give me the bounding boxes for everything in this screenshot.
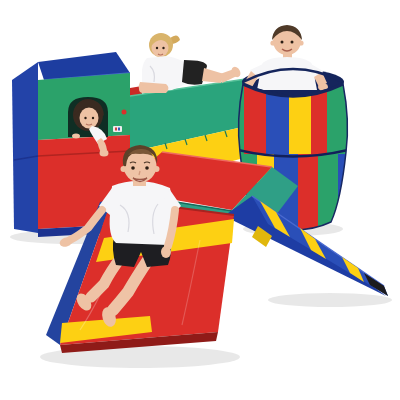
girl1-eye	[84, 117, 86, 119]
boy-in-barrel	[242, 25, 328, 91]
soft-play-product-photo	[0, 0, 400, 400]
girl2-eye	[156, 47, 158, 49]
barrel-stripe	[327, 80, 349, 158]
tower-side-face	[12, 62, 38, 233]
label-patch	[113, 126, 122, 132]
tower-red-tab	[122, 110, 127, 115]
ramp-shadow	[268, 293, 392, 307]
boy2-eye	[145, 166, 149, 170]
boy1-eye	[281, 41, 284, 44]
boy1-ear	[270, 40, 275, 45]
boy2-eye	[131, 166, 135, 170]
boy2-ear	[121, 166, 127, 172]
girl2-hand	[139, 85, 147, 93]
girl1-eye	[92, 117, 94, 119]
girl1-fingers	[72, 134, 80, 139]
boy1-eye	[291, 41, 294, 44]
boy2-ear	[154, 166, 160, 172]
barrel-stripe	[298, 154, 318, 234]
girl2-eye	[162, 47, 164, 49]
boy2-tshirt	[110, 181, 175, 245]
barrel-stripe	[318, 154, 338, 234]
girl1-hand	[100, 150, 109, 157]
label-patch-mark	[115, 128, 117, 131]
boy1-ear	[298, 40, 303, 45]
scene-canvas	[0, 0, 400, 400]
boy2-right-hand	[161, 246, 171, 258]
label-patch-mark	[118, 128, 120, 131]
